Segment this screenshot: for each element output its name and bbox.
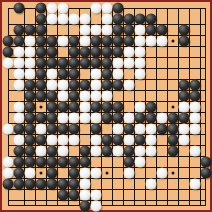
black-stone[interactable] (168, 135, 179, 146)
black-stone[interactable] (47, 168, 58, 179)
white-stone[interactable] (14, 113, 25, 124)
white-stone[interactable] (25, 168, 36, 179)
black-stone[interactable] (91, 58, 102, 69)
white-stone[interactable] (91, 3, 102, 14)
black-stone[interactable] (3, 36, 14, 47)
black-stone[interactable] (14, 168, 25, 179)
white-stone[interactable] (47, 14, 58, 25)
black-stone[interactable] (47, 146, 58, 157)
white-stone[interactable] (58, 135, 69, 146)
black-stone[interactable] (124, 157, 135, 168)
hoshi-point (172, 40, 175, 43)
white-stone[interactable] (3, 157, 14, 168)
hoshi-point (40, 172, 43, 175)
white-stone[interactable] (80, 36, 91, 47)
white-stone[interactable] (179, 102, 190, 113)
black-stone[interactable] (14, 36, 25, 47)
black-stone[interactable] (47, 36, 58, 47)
black-stone[interactable] (91, 47, 102, 58)
black-stone[interactable] (36, 14, 47, 25)
black-stone[interactable] (69, 80, 80, 91)
black-stone[interactable] (102, 58, 113, 69)
white-stone[interactable] (91, 201, 102, 212)
black-stone[interactable] (14, 3, 25, 14)
hoshi-point (106, 172, 109, 175)
white-stone[interactable] (146, 124, 157, 135)
white-stone[interactable] (80, 91, 91, 102)
white-stone[interactable] (190, 113, 201, 124)
black-stone[interactable] (201, 157, 212, 168)
black-stone[interactable] (179, 113, 190, 124)
black-stone[interactable] (135, 135, 146, 146)
black-stone[interactable] (113, 135, 124, 146)
white-stone[interactable] (91, 91, 102, 102)
black-stone[interactable] (25, 25, 36, 36)
black-stone[interactable] (36, 69, 47, 80)
white-stone[interactable] (91, 168, 102, 179)
black-stone[interactable] (25, 157, 36, 168)
black-stone[interactable] (102, 102, 113, 113)
black-stone[interactable] (25, 124, 36, 135)
white-stone[interactable] (3, 124, 14, 135)
black-stone[interactable] (25, 146, 36, 157)
black-stone[interactable] (146, 14, 157, 25)
black-stone[interactable] (179, 25, 190, 36)
white-stone[interactable] (124, 58, 135, 69)
black-stone[interactable] (36, 157, 47, 168)
black-stone[interactable] (25, 91, 36, 102)
black-stone[interactable] (58, 102, 69, 113)
black-stone[interactable] (25, 179, 36, 190)
white-stone[interactable] (146, 179, 157, 190)
white-stone[interactable] (190, 124, 201, 135)
black-stone[interactable] (47, 113, 58, 124)
white-stone[interactable] (157, 113, 168, 124)
black-stone[interactable] (47, 58, 58, 69)
black-stone[interactable] (102, 146, 113, 157)
white-stone[interactable] (3, 58, 14, 69)
white-stone[interactable] (124, 113, 135, 124)
black-stone[interactable] (179, 36, 190, 47)
black-stone[interactable] (58, 179, 69, 190)
white-stone[interactable] (135, 58, 146, 69)
black-stone[interactable] (25, 135, 36, 146)
black-stone[interactable] (14, 179, 25, 190)
white-stone[interactable] (80, 113, 91, 124)
black-stone[interactable] (69, 58, 80, 69)
black-stone[interactable] (168, 146, 179, 157)
white-stone[interactable] (113, 146, 124, 157)
white-stone[interactable] (58, 91, 69, 102)
black-stone[interactable] (36, 113, 47, 124)
white-stone[interactable] (179, 124, 190, 135)
white-stone[interactable] (47, 69, 58, 80)
white-stone[interactable] (91, 113, 102, 124)
black-stone[interactable] (179, 80, 190, 91)
black-stone[interactable] (36, 25, 47, 36)
black-stone[interactable] (69, 102, 80, 113)
white-stone[interactable] (25, 58, 36, 69)
white-stone[interactable] (135, 25, 146, 36)
black-stone[interactable] (168, 124, 179, 135)
black-stone[interactable] (69, 124, 80, 135)
black-stone[interactable] (69, 157, 80, 168)
white-stone[interactable] (102, 3, 113, 14)
white-stone[interactable] (14, 102, 25, 113)
white-stone[interactable] (58, 113, 69, 124)
white-stone[interactable] (157, 36, 168, 47)
black-stone[interactable] (80, 80, 91, 91)
black-stone[interactable] (124, 146, 135, 157)
white-stone[interactable] (102, 25, 113, 36)
black-stone[interactable] (69, 168, 80, 179)
black-stone[interactable] (36, 179, 47, 190)
black-stone[interactable] (135, 14, 146, 25)
black-stone[interactable] (113, 36, 124, 47)
black-stone[interactable] (58, 58, 69, 69)
black-stone[interactable] (58, 69, 69, 80)
black-stone[interactable] (36, 91, 47, 102)
go-board-screenshot (0, 0, 212, 212)
black-stone[interactable] (3, 179, 14, 190)
white-stone[interactable] (80, 190, 91, 201)
black-stone[interactable] (69, 179, 80, 190)
black-stone[interactable] (113, 3, 124, 14)
white-stone[interactable] (58, 14, 69, 25)
white-stone[interactable] (91, 135, 102, 146)
white-stone[interactable] (80, 168, 91, 179)
white-stone[interactable] (135, 124, 146, 135)
white-stone[interactable] (135, 69, 146, 80)
white-stone[interactable] (102, 14, 113, 25)
white-stone[interactable] (36, 124, 47, 135)
black-stone[interactable] (47, 91, 58, 102)
white-stone[interactable] (124, 80, 135, 91)
black-stone[interactable] (25, 80, 36, 91)
white-stone[interactable] (135, 36, 146, 47)
goban[interactable] (0, 0, 212, 212)
white-stone[interactable] (113, 69, 124, 80)
black-stone[interactable] (14, 157, 25, 168)
black-stone[interactable] (69, 91, 80, 102)
white-stone[interactable] (80, 179, 91, 190)
black-stone[interactable] (91, 102, 102, 113)
black-stone[interactable] (113, 113, 124, 124)
black-stone[interactable] (190, 80, 201, 91)
black-stone[interactable] (36, 80, 47, 91)
white-stone[interactable] (25, 36, 36, 47)
black-stone[interactable] (58, 124, 69, 135)
white-stone[interactable] (14, 80, 25, 91)
black-stone[interactable] (113, 14, 124, 25)
black-stone[interactable] (36, 36, 47, 47)
black-stone[interactable] (124, 25, 135, 36)
black-stone[interactable] (25, 102, 36, 113)
white-stone[interactable] (47, 80, 58, 91)
black-stone[interactable] (3, 47, 14, 58)
black-stone[interactable] (14, 124, 25, 135)
hoshi-point (172, 172, 175, 175)
white-stone[interactable] (124, 168, 135, 179)
white-stone[interactable] (58, 80, 69, 91)
white-stone[interactable] (190, 146, 201, 157)
white-stone[interactable] (124, 135, 135, 146)
hoshi-point (40, 106, 43, 109)
black-stone[interactable] (146, 113, 157, 124)
black-stone[interactable] (124, 124, 135, 135)
black-stone[interactable] (80, 146, 91, 157)
black-stone[interactable] (135, 113, 146, 124)
black-stone[interactable] (80, 157, 91, 168)
white-stone[interactable] (179, 135, 190, 146)
white-stone[interactable] (58, 36, 69, 47)
white-stone[interactable] (190, 102, 201, 113)
white-stone[interactable] (14, 135, 25, 146)
black-stone[interactable] (190, 91, 201, 102)
white-stone[interactable] (14, 58, 25, 69)
white-stone[interactable] (25, 69, 36, 80)
black-stone[interactable] (14, 146, 25, 157)
white-stone[interactable] (146, 135, 157, 146)
white-stone[interactable] (3, 168, 14, 179)
black-stone[interactable] (102, 80, 113, 91)
black-stone[interactable] (102, 47, 113, 58)
black-stone[interactable] (47, 157, 58, 168)
black-stone[interactable] (80, 58, 91, 69)
black-stone[interactable] (113, 102, 124, 113)
black-stone[interactable] (36, 47, 47, 58)
black-stone[interactable] (47, 124, 58, 135)
black-stone[interactable] (58, 157, 69, 168)
black-stone[interactable] (14, 25, 25, 36)
black-stone[interactable] (36, 135, 47, 146)
black-stone[interactable] (168, 113, 179, 124)
black-stone[interactable] (69, 36, 80, 47)
black-stone[interactable] (69, 190, 80, 201)
white-stone[interactable] (25, 47, 36, 58)
white-stone[interactable] (69, 14, 80, 25)
black-stone[interactable] (102, 69, 113, 80)
black-stone[interactable] (124, 14, 135, 25)
white-stone[interactable] (146, 146, 157, 157)
black-stone[interactable] (91, 36, 102, 47)
white-stone[interactable] (91, 80, 102, 91)
black-stone[interactable] (80, 201, 91, 212)
black-stone[interactable] (146, 25, 157, 36)
white-stone[interactable] (58, 146, 69, 157)
white-stone[interactable] (47, 135, 58, 146)
black-stone[interactable] (113, 80, 124, 91)
black-stone[interactable] (146, 102, 157, 113)
white-stone[interactable] (146, 36, 157, 47)
black-stone[interactable] (102, 36, 113, 47)
black-stone[interactable] (58, 190, 69, 201)
white-stone[interactable] (190, 179, 201, 190)
black-stone[interactable] (25, 113, 36, 124)
white-stone[interactable] (124, 47, 135, 58)
white-stone[interactable] (91, 25, 102, 36)
black-stone[interactable] (124, 36, 135, 47)
white-stone[interactable] (113, 124, 124, 135)
black-stone[interactable] (201, 168, 212, 179)
black-stone[interactable] (36, 58, 47, 69)
black-stone[interactable] (113, 47, 124, 58)
black-stone[interactable] (157, 124, 168, 135)
white-stone[interactable] (135, 157, 146, 168)
black-stone[interactable] (47, 102, 58, 113)
black-stone[interactable] (113, 25, 124, 36)
black-stone[interactable] (179, 91, 190, 102)
white-stone[interactable] (69, 135, 80, 146)
black-stone[interactable] (102, 113, 113, 124)
white-stone[interactable] (135, 146, 146, 157)
white-stone[interactable] (14, 47, 25, 58)
white-stone[interactable] (80, 14, 91, 25)
white-stone[interactable] (113, 58, 124, 69)
white-stone[interactable] (157, 168, 168, 179)
black-stone[interactable] (36, 3, 47, 14)
white-stone[interactable] (69, 113, 80, 124)
black-stone[interactable] (157, 25, 168, 36)
white-stone[interactable] (36, 146, 47, 157)
white-stone[interactable] (80, 102, 91, 113)
black-stone[interactable] (69, 47, 80, 58)
black-stone[interactable] (69, 69, 80, 80)
white-stone[interactable] (91, 69, 102, 80)
white-stone[interactable] (102, 91, 113, 102)
white-stone[interactable] (91, 146, 102, 157)
white-stone[interactable] (14, 69, 25, 80)
white-stone[interactable] (135, 102, 146, 113)
hoshi-point (172, 106, 175, 109)
white-stone[interactable] (47, 3, 58, 14)
black-stone[interactable] (102, 135, 113, 146)
white-stone[interactable] (58, 3, 69, 14)
white-stone[interactable] (91, 190, 102, 201)
black-stone[interactable] (91, 124, 102, 135)
black-stone[interactable] (47, 47, 58, 58)
black-stone[interactable] (80, 47, 91, 58)
black-stone[interactable] (47, 179, 58, 190)
white-stone[interactable] (80, 25, 91, 36)
white-stone[interactable] (135, 47, 146, 58)
